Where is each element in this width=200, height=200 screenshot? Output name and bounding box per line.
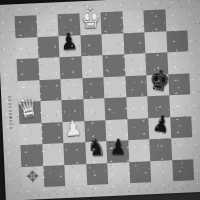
square-g1[interactable]: [150, 160, 172, 182]
square-a3[interactable]: [19, 123, 41, 145]
square-e8[interactable]: [100, 11, 122, 33]
square-a6[interactable]: [16, 58, 38, 80]
square-e4[interactable]: [104, 97, 126, 119]
square-h5[interactable]: [168, 73, 190, 95]
square-d6[interactable]: [81, 55, 103, 77]
board-corner-emblem: ✥: [21, 166, 43, 188]
square-g3[interactable]: ♟: [148, 117, 170, 139]
square-a2[interactable]: [20, 144, 42, 166]
square-d5[interactable]: [82, 77, 104, 99]
square-c7[interactable]: ♟: [58, 35, 80, 57]
square-f4[interactable]: [126, 96, 148, 118]
square-h3[interactable]: [170, 116, 192, 138]
piece-white-king[interactable]: ♚: [79, 5, 101, 33]
square-c1[interactable]: [64, 164, 86, 186]
square-h1[interactable]: [172, 159, 194, 181]
square-c2[interactable]: [63, 142, 85, 164]
square-d1[interactable]: [86, 163, 108, 185]
square-a4[interactable]: ♛: [18, 101, 40, 123]
square-f2[interactable]: [128, 139, 150, 161]
piece-black-pawn[interactable]: ♟: [107, 135, 129, 160]
square-g8[interactable]: [143, 9, 165, 31]
square-c6[interactable]: [59, 56, 81, 78]
board-edge-marking: [8, 96, 12, 128]
square-d2[interactable]: ♞: [85, 141, 107, 163]
square-c5[interactable]: [60, 78, 82, 100]
square-b8[interactable]: [36, 14, 58, 36]
square-g7[interactable]: [144, 31, 166, 53]
square-e1[interactable]: [107, 162, 129, 184]
square-b4[interactable]: [40, 100, 62, 122]
square-b5[interactable]: [39, 79, 61, 101]
square-a1[interactable]: ✥: [21, 166, 43, 188]
piece-black-pawn[interactable]: ♟: [149, 109, 174, 138]
board-edge-ruler-marks: [30, 187, 186, 197]
square-f1[interactable]: [129, 161, 151, 183]
square-f6[interactable]: [124, 53, 146, 75]
square-h7[interactable]: [166, 30, 188, 52]
square-e7[interactable]: [101, 33, 123, 55]
square-a8[interactable]: [15, 15, 37, 37]
square-d7[interactable]: [80, 34, 102, 56]
square-c3[interactable]: ♟: [62, 121, 84, 143]
square-b2[interactable]: [42, 143, 64, 165]
square-h8[interactable]: [165, 8, 187, 30]
square-h2[interactable]: [171, 137, 193, 159]
chess-board-grid: ♚♟♚♛♟♟♞♟✥: [15, 8, 195, 188]
square-a7[interactable]: [16, 37, 38, 59]
piece-white-pawn[interactable]: ♟: [61, 116, 85, 141]
square-d4[interactable]: [83, 98, 105, 120]
piece-black-king[interactable]: ♚: [147, 66, 172, 95]
square-e2[interactable]: ♟: [106, 140, 128, 162]
square-b3[interactable]: [41, 122, 63, 144]
square-f3[interactable]: [127, 118, 149, 140]
square-f5[interactable]: [125, 75, 147, 97]
square-g2[interactable]: [149, 138, 171, 160]
square-b6[interactable]: [38, 57, 60, 79]
square-b7[interactable]: [37, 36, 59, 58]
square-e5[interactable]: [103, 76, 125, 98]
piece-black-knight[interactable]: ♞: [85, 136, 107, 161]
chess-board-photo: ♚♟♚♛♟♟♞♟✥: [0, 0, 200, 200]
board-sheet: ♚♟♚♛♟♟♞♟✥: [0, 0, 200, 200]
square-g5[interactable]: ♚: [146, 74, 168, 96]
square-f8[interactable]: [122, 10, 144, 32]
piece-black-pawn[interactable]: ♟: [57, 27, 81, 55]
square-e6[interactable]: [102, 54, 124, 76]
square-d8[interactable]: ♚: [79, 12, 101, 34]
square-f7[interactable]: [123, 32, 145, 54]
square-b1[interactable]: [43, 165, 65, 187]
